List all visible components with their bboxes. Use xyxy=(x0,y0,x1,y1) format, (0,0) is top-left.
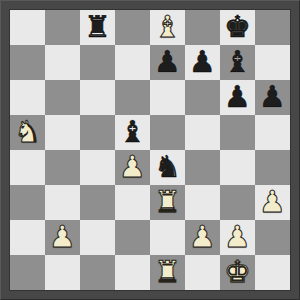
square-d4[interactable]: ♟ xyxy=(115,150,150,185)
white-king-g1[interactable]: ♚ xyxy=(224,255,251,289)
square-f4[interactable] xyxy=(185,150,220,185)
square-b2[interactable]: ♟ xyxy=(45,220,80,255)
white-pawn-g2[interactable]: ♟ xyxy=(224,220,251,254)
square-c6[interactable] xyxy=(80,80,115,115)
square-c4[interactable] xyxy=(80,150,115,185)
square-h4[interactable] xyxy=(255,150,290,185)
square-b7[interactable] xyxy=(45,45,80,80)
square-d6[interactable] xyxy=(115,80,150,115)
square-a2[interactable] xyxy=(10,220,45,255)
square-g1[interactable]: ♚ xyxy=(220,255,255,290)
square-f5[interactable] xyxy=(185,115,220,150)
white-rook-e3[interactable]: ♜ xyxy=(154,185,181,219)
square-h2[interactable] xyxy=(255,220,290,255)
square-g7[interactable]: ♝ xyxy=(220,45,255,80)
square-c3[interactable] xyxy=(80,185,115,220)
white-pawn-d4[interactable]: ♟ xyxy=(119,150,146,184)
square-e2[interactable] xyxy=(150,220,185,255)
black-knight-e4[interactable]: ♞ xyxy=(154,150,181,184)
square-f2[interactable]: ♟ xyxy=(185,220,220,255)
chess-board: ♜♝♚♟♟♝♟♟♞♝♟♞♜♟♟♟♟♜♚ xyxy=(10,10,290,290)
square-h1[interactable] xyxy=(255,255,290,290)
square-c8[interactable]: ♜ xyxy=(80,10,115,45)
square-h8[interactable] xyxy=(255,10,290,45)
square-d7[interactable] xyxy=(115,45,150,80)
square-c1[interactable] xyxy=(80,255,115,290)
square-a7[interactable] xyxy=(10,45,45,80)
black-bishop-g7[interactable]: ♝ xyxy=(224,45,251,79)
square-g2[interactable]: ♟ xyxy=(220,220,255,255)
square-f3[interactable] xyxy=(185,185,220,220)
square-e4[interactable]: ♞ xyxy=(150,150,185,185)
white-bishop-e8[interactable]: ♝ xyxy=(154,10,181,44)
square-c7[interactable] xyxy=(80,45,115,80)
square-d2[interactable] xyxy=(115,220,150,255)
square-h6[interactable]: ♟ xyxy=(255,80,290,115)
square-b3[interactable] xyxy=(45,185,80,220)
square-g3[interactable] xyxy=(220,185,255,220)
square-a3[interactable] xyxy=(10,185,45,220)
square-c5[interactable] xyxy=(80,115,115,150)
square-f1[interactable] xyxy=(185,255,220,290)
square-a6[interactable] xyxy=(10,80,45,115)
square-e1[interactable]: ♜ xyxy=(150,255,185,290)
square-g6[interactable]: ♟ xyxy=(220,80,255,115)
white-knight-a5[interactable]: ♞ xyxy=(14,115,41,149)
square-h3[interactable]: ♟ xyxy=(255,185,290,220)
square-e6[interactable] xyxy=(150,80,185,115)
square-g4[interactable] xyxy=(220,150,255,185)
black-pawn-h6[interactable]: ♟ xyxy=(259,80,286,114)
square-f8[interactable] xyxy=(185,10,220,45)
square-d8[interactable] xyxy=(115,10,150,45)
square-b5[interactable] xyxy=(45,115,80,150)
square-b8[interactable] xyxy=(45,10,80,45)
square-h5[interactable] xyxy=(255,115,290,150)
square-a8[interactable] xyxy=(10,10,45,45)
white-pawn-f2[interactable]: ♟ xyxy=(189,220,216,254)
board-frame: ♜♝♚♟♟♝♟♟♞♝♟♞♜♟♟♟♟♜♚ xyxy=(0,0,300,300)
square-f6[interactable] xyxy=(185,80,220,115)
square-e5[interactable] xyxy=(150,115,185,150)
square-d1[interactable] xyxy=(115,255,150,290)
white-pawn-h3[interactable]: ♟ xyxy=(259,185,286,219)
square-e7[interactable]: ♟ xyxy=(150,45,185,80)
square-h7[interactable] xyxy=(255,45,290,80)
black-pawn-g6[interactable]: ♟ xyxy=(224,80,251,114)
square-f7[interactable]: ♟ xyxy=(185,45,220,80)
white-rook-e1[interactable]: ♜ xyxy=(154,255,181,289)
black-rook-c8[interactable]: ♜ xyxy=(84,10,111,44)
square-a1[interactable] xyxy=(10,255,45,290)
square-d3[interactable] xyxy=(115,185,150,220)
square-a4[interactable] xyxy=(10,150,45,185)
square-b1[interactable] xyxy=(45,255,80,290)
square-c2[interactable] xyxy=(80,220,115,255)
black-king-g8[interactable]: ♚ xyxy=(224,10,251,44)
square-g5[interactable] xyxy=(220,115,255,150)
black-pawn-e7[interactable]: ♟ xyxy=(154,45,181,79)
black-bishop-d5[interactable]: ♝ xyxy=(119,115,146,149)
square-e8[interactable]: ♝ xyxy=(150,10,185,45)
black-pawn-f7[interactable]: ♟ xyxy=(189,45,216,79)
white-pawn-b2[interactable]: ♟ xyxy=(49,220,76,254)
square-e3[interactable]: ♜ xyxy=(150,185,185,220)
square-a5[interactable]: ♞ xyxy=(10,115,45,150)
square-b4[interactable] xyxy=(45,150,80,185)
square-g8[interactable]: ♚ xyxy=(220,10,255,45)
square-b6[interactable] xyxy=(45,80,80,115)
square-d5[interactable]: ♝ xyxy=(115,115,150,150)
